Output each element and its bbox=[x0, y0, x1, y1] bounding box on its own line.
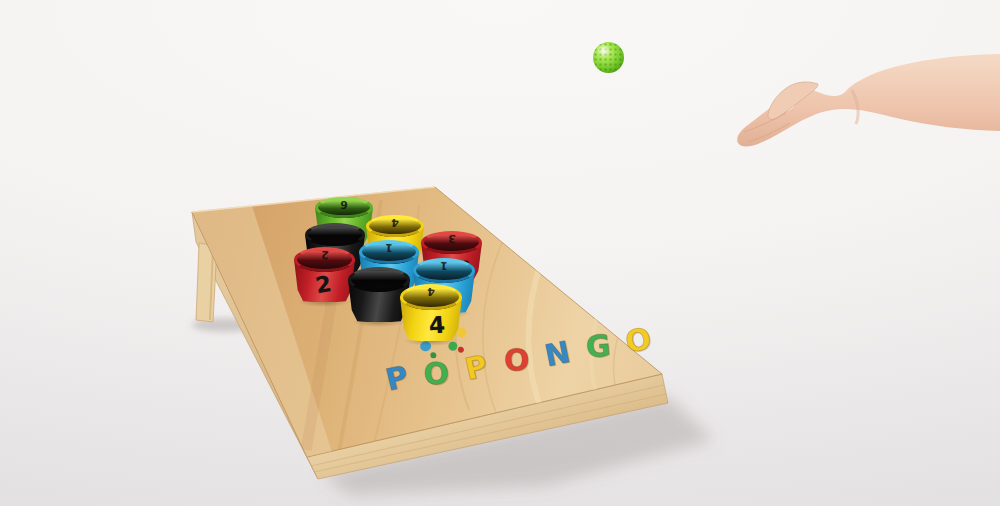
cup-yellow-4-front: 4 4 bbox=[400, 285, 462, 341]
scene: 6 6 4 4 3 3 2 2 bbox=[0, 0, 1000, 506]
cup-red-2: 2 2 bbox=[294, 248, 355, 302]
logo-letter: O bbox=[423, 355, 454, 392]
cup-inside-number: 4 bbox=[427, 286, 435, 297]
cup-inside-number: 2 bbox=[320, 249, 328, 260]
logo-letter: P bbox=[382, 358, 414, 398]
cup-rim bbox=[305, 223, 365, 246]
cup-inside-number: 3 bbox=[447, 233, 455, 244]
green-golf-ball bbox=[593, 42, 624, 73]
logo-letter: O bbox=[622, 319, 658, 360]
cup-inside-number: 4 bbox=[391, 217, 399, 228]
cup-inside-number: 6 bbox=[340, 199, 348, 210]
logo-letter: G bbox=[585, 327, 615, 364]
cup-inside-number: 1 bbox=[385, 242, 393, 253]
logo-letter: O bbox=[503, 342, 532, 378]
cup-inside-number: 1 bbox=[440, 260, 448, 271]
cup-grid: 6 6 4 4 3 3 2 2 bbox=[0, 0, 1000, 506]
cup-number: 4 bbox=[428, 313, 446, 337]
logo-letter: P bbox=[462, 347, 494, 387]
logo-letter: N bbox=[542, 333, 577, 373]
